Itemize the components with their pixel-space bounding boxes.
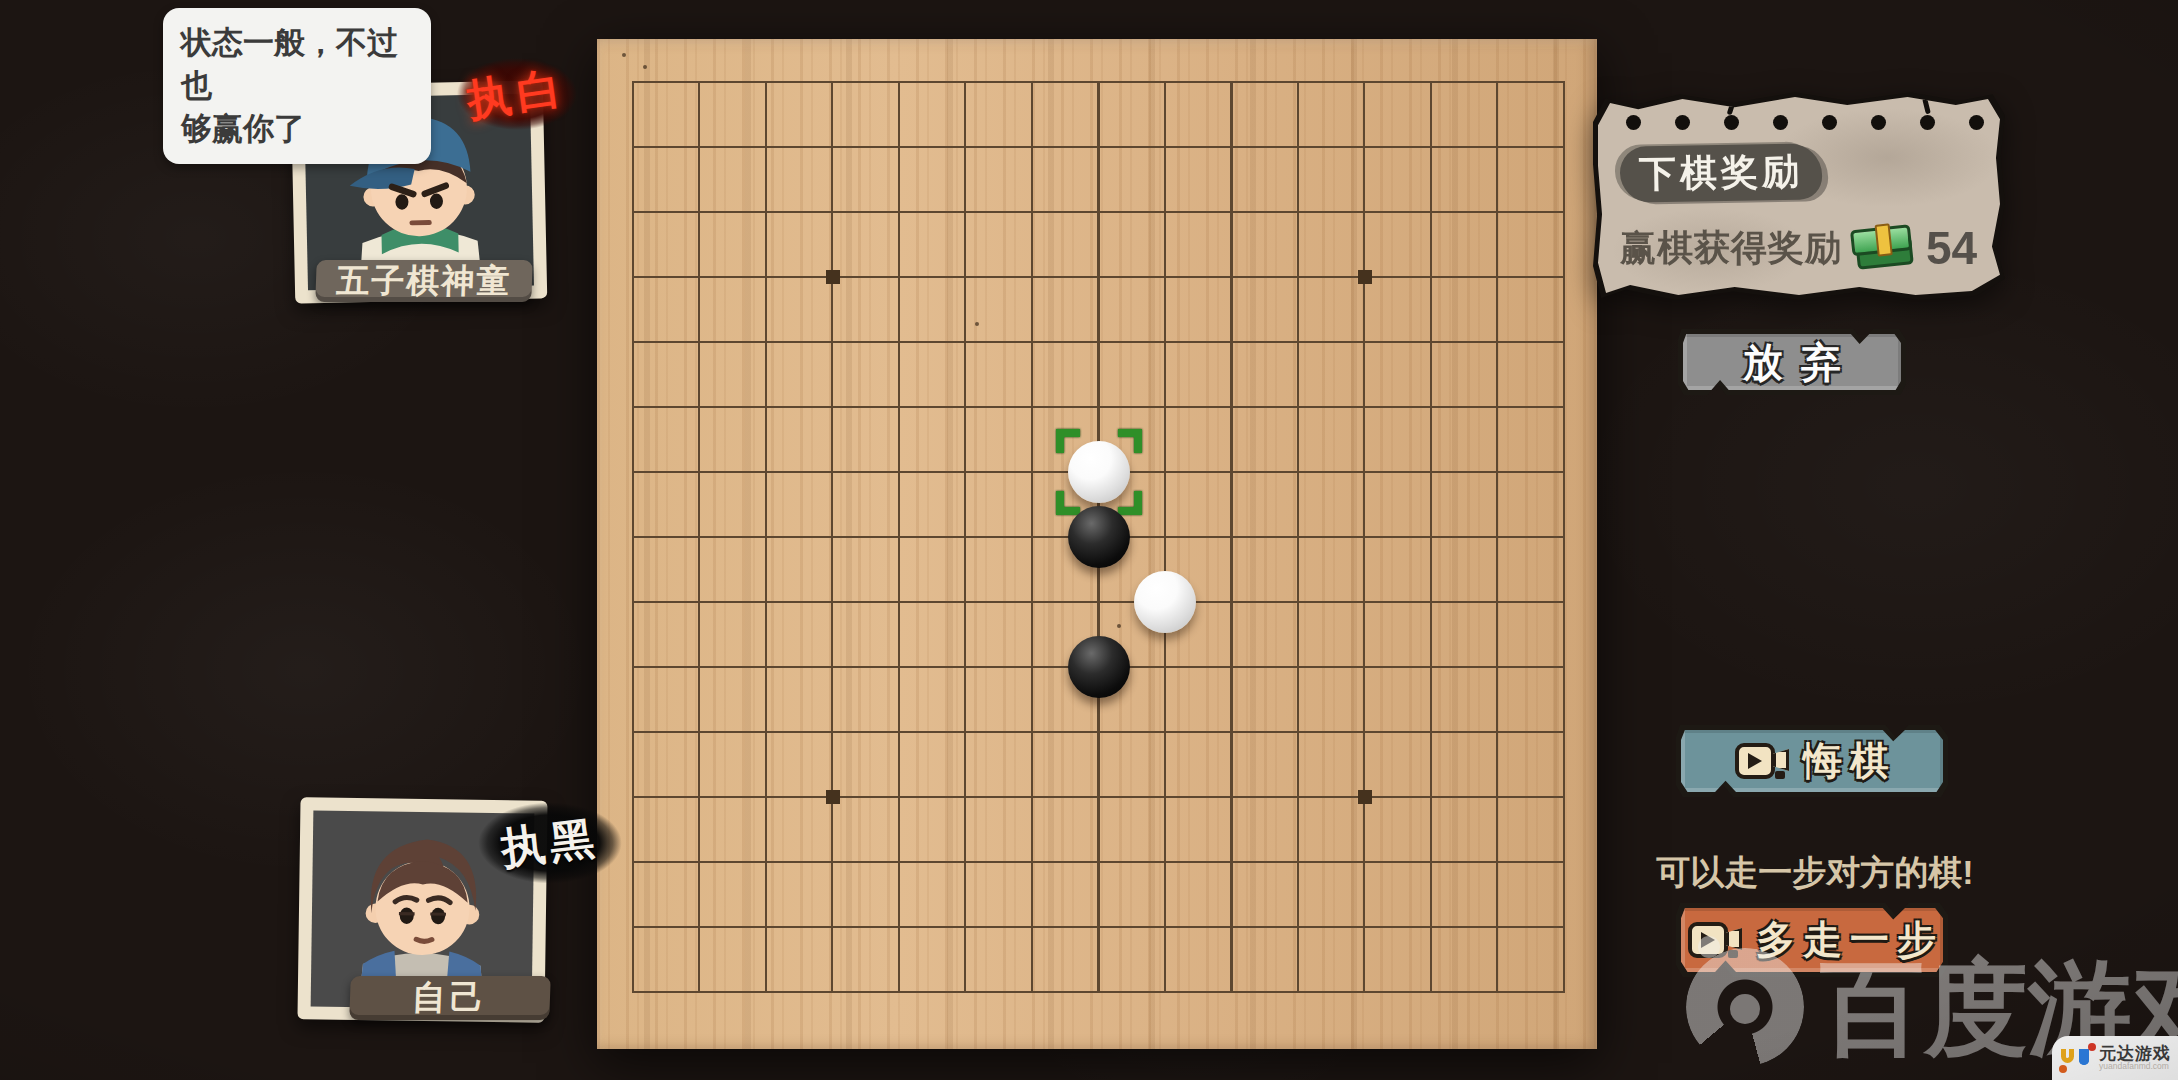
paper-hole	[1822, 115, 1837, 130]
paper-hole	[1675, 115, 1690, 130]
paper-hole	[1773, 115, 1788, 130]
paper-hole	[1969, 115, 1984, 130]
publisher-badge: 元达游戏 yuandafanmd.com	[2052, 1036, 2178, 1080]
reward-panel-paper: 下棋奖励 赢棋获得奖励 54	[1598, 93, 2000, 295]
self-nameplate: 自己	[349, 976, 551, 1020]
baidu-paw-logo-dot	[1730, 994, 1760, 1024]
speech-bubble: 状态一般，不过也 够赢你了	[163, 8, 431, 164]
paper-hole	[1920, 115, 1935, 130]
reward-panel: 下棋奖励 赢棋获得奖励 54	[1593, 88, 2005, 300]
video-ad-camera-icon	[1688, 919, 1744, 961]
extra-move-label: 多走一步	[1756, 913, 1944, 967]
money-stack-icon	[1850, 220, 1919, 276]
wood-speck	[622, 53, 626, 57]
reward-amount: 54	[1926, 221, 1977, 275]
star-point	[826, 790, 840, 804]
game-screen: 状态一般，不过也 够赢你了 执白 五子棋神童	[0, 0, 2178, 1080]
opponent-side-label: 执白	[463, 58, 570, 130]
last-move-marker	[1056, 429, 1142, 515]
extra-move-hint: 可以走一步对方的棋!	[1645, 850, 1985, 896]
wood-speck	[1117, 624, 1121, 628]
black-stone	[1068, 506, 1130, 568]
star-point	[1358, 270, 1372, 284]
reward-line-label: 赢棋获得奖励	[1620, 224, 1842, 273]
star-point	[1358, 790, 1372, 804]
reward-title: 下棋奖励	[1639, 147, 1804, 200]
extra-move-button[interactable]: 多走一步	[1676, 903, 1948, 977]
black-stone	[1068, 636, 1130, 698]
video-ad-camera-icon	[1735, 740, 1791, 782]
publisher-logo-icon	[2060, 1043, 2094, 1073]
paper-hole	[1626, 115, 1641, 130]
paper-hole	[1724, 115, 1739, 130]
self-side-label: 执黑	[498, 808, 602, 879]
publisher-url: yuandafanmd.com	[2099, 1062, 2171, 1071]
white-stone	[1134, 571, 1196, 633]
self-side-ink-splash: 执黑	[458, 791, 642, 895]
undo-move-button[interactable]: 悔棋	[1676, 725, 1948, 797]
publisher-name: 元达游戏	[2099, 1045, 2171, 1063]
give-up-label: 放弃	[1743, 335, 1859, 390]
reward-title-brush: 下棋奖励	[1620, 143, 1823, 203]
opponent-nameplate: 五子棋神童	[315, 260, 532, 302]
reward-row: 赢棋获得奖励 54	[1620, 221, 1990, 275]
self-name: 自己	[411, 975, 489, 1021]
gomoku-board[interactable]	[597, 39, 1597, 1049]
opponent-side-ink-splash: 执白	[437, 46, 597, 142]
give-up-button[interactable]: 放弃	[1678, 329, 1906, 395]
undo-label: 悔棋	[1803, 734, 1897, 788]
star-point	[826, 270, 840, 284]
wood-speck	[975, 322, 979, 326]
opponent-name: 五子棋神童	[336, 259, 513, 304]
paper-hole	[1871, 115, 1886, 130]
wood-speck	[643, 65, 647, 69]
